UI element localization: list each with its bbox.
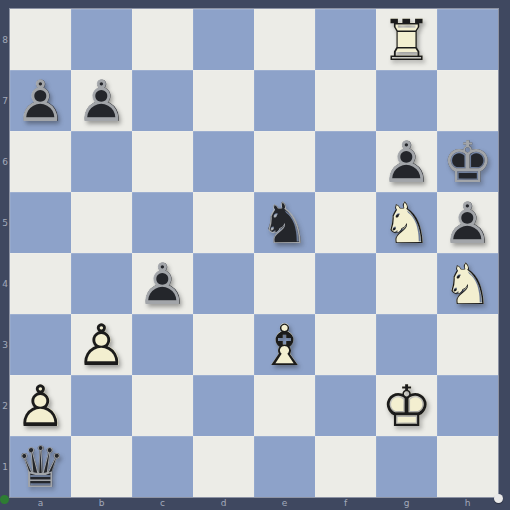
white-knight[interactable]: ♞♘ bbox=[437, 253, 498, 314]
square-c1[interactable] bbox=[132, 436, 193, 497]
square-d1[interactable] bbox=[193, 436, 254, 497]
rank-label-2: 2 bbox=[0, 375, 10, 436]
file-label-c: c bbox=[132, 497, 193, 510]
white-king-outline-glyph: ♔ bbox=[376, 375, 437, 436]
square-h4[interactable]: ♞♘ bbox=[437, 253, 498, 314]
black-queen[interactable]: ♛♕ bbox=[10, 436, 71, 497]
square-b5[interactable] bbox=[71, 192, 132, 253]
rank-labels: 87654321 bbox=[0, 9, 10, 497]
square-c3[interactable] bbox=[132, 314, 193, 375]
black-pawn[interactable]: ♟♙ bbox=[10, 70, 71, 131]
white-pawn[interactable]: ♟♙ bbox=[71, 314, 132, 375]
square-e6[interactable] bbox=[254, 131, 315, 192]
square-a7[interactable]: ♟♙ bbox=[10, 70, 71, 131]
black-king-outline-glyph: ♔ bbox=[437, 131, 498, 192]
rank-label-1: 1 bbox=[0, 436, 10, 497]
square-a8[interactable] bbox=[10, 9, 71, 70]
white-knight[interactable]: ♞♘ bbox=[376, 192, 437, 253]
black-pawn-outline-glyph: ♙ bbox=[71, 70, 132, 131]
rank-label-3: 3 bbox=[0, 314, 10, 375]
rank-label-5: 5 bbox=[0, 192, 10, 253]
black-pawn-outline-glyph: ♙ bbox=[10, 70, 71, 131]
square-h3[interactable] bbox=[437, 314, 498, 375]
square-h1[interactable] bbox=[437, 436, 498, 497]
square-e3[interactable]: ♝♗ bbox=[254, 314, 315, 375]
white-knight-outline-glyph: ♘ bbox=[376, 192, 437, 253]
square-c4[interactable]: ♟♙ bbox=[132, 253, 193, 314]
square-g8[interactable]: ♜♖ bbox=[376, 9, 437, 70]
white-pawn-outline-glyph: ♙ bbox=[71, 314, 132, 375]
rank-label-7: 7 bbox=[0, 70, 10, 131]
square-a5[interactable] bbox=[10, 192, 71, 253]
square-d3[interactable] bbox=[193, 314, 254, 375]
square-f5[interactable] bbox=[315, 192, 376, 253]
white-rook-outline-glyph: ♖ bbox=[376, 9, 437, 70]
white-pawn[interactable]: ♟♙ bbox=[10, 375, 71, 436]
square-g6[interactable]: ♟♙ bbox=[376, 131, 437, 192]
square-b3[interactable]: ♟♙ bbox=[71, 314, 132, 375]
square-h5[interactable]: ♟♙ bbox=[437, 192, 498, 253]
chess-board: ♜♖♟♙♟♙♟♙♚♔♞♘♞♘♟♙♟♙♞♘♟♙♝♗♟♙♚♔♛♕ bbox=[10, 9, 498, 497]
square-b4[interactable] bbox=[71, 253, 132, 314]
square-a1[interactable]: ♛♕ bbox=[10, 436, 71, 497]
file-label-g: g bbox=[376, 497, 437, 510]
square-b2[interactable] bbox=[71, 375, 132, 436]
square-c2[interactable] bbox=[132, 375, 193, 436]
square-c6[interactable] bbox=[132, 131, 193, 192]
square-a6[interactable] bbox=[10, 131, 71, 192]
square-b6[interactable] bbox=[71, 131, 132, 192]
white-to-move-indicator bbox=[494, 494, 503, 503]
black-pawn-outline-glyph: ♙ bbox=[132, 253, 193, 314]
file-label-f: f bbox=[315, 497, 376, 510]
square-h6[interactable]: ♚♔ bbox=[437, 131, 498, 192]
square-g2[interactable]: ♚♔ bbox=[376, 375, 437, 436]
square-d2[interactable] bbox=[193, 375, 254, 436]
square-f8[interactable] bbox=[315, 9, 376, 70]
square-c7[interactable] bbox=[132, 70, 193, 131]
square-b7[interactable]: ♟♙ bbox=[71, 70, 132, 131]
square-f2[interactable] bbox=[315, 375, 376, 436]
green-indicator-dot bbox=[0, 495, 9, 504]
square-e4[interactable] bbox=[254, 253, 315, 314]
square-g1[interactable] bbox=[376, 436, 437, 497]
black-pawn-outline-glyph: ♙ bbox=[376, 131, 437, 192]
black-pawn[interactable]: ♟♙ bbox=[71, 70, 132, 131]
square-e7[interactable] bbox=[254, 70, 315, 131]
square-f1[interactable] bbox=[315, 436, 376, 497]
white-bishop[interactable]: ♝♗ bbox=[254, 314, 315, 375]
white-pawn-outline-glyph: ♙ bbox=[10, 375, 71, 436]
square-d4[interactable] bbox=[193, 253, 254, 314]
square-d8[interactable] bbox=[193, 9, 254, 70]
white-king[interactable]: ♚♔ bbox=[376, 375, 437, 436]
square-f3[interactable] bbox=[315, 314, 376, 375]
chess-board-frame: 87654321 ♜♖♟♙♟♙♟♙♚♔♞♘♞♘♟♙♟♙♞♘♟♙♝♗♟♙♚♔♛♕ … bbox=[0, 0, 510, 510]
black-pawn[interactable]: ♟♙ bbox=[376, 131, 437, 192]
square-c8[interactable] bbox=[132, 9, 193, 70]
rank-label-6: 6 bbox=[0, 131, 10, 192]
square-a2[interactable]: ♟♙ bbox=[10, 375, 71, 436]
file-label-a: a bbox=[10, 497, 71, 510]
square-h2[interactable] bbox=[437, 375, 498, 436]
black-pawn-outline-glyph: ♙ bbox=[437, 192, 498, 253]
white-rook[interactable]: ♜♖ bbox=[376, 9, 437, 70]
black-king[interactable]: ♚♔ bbox=[437, 131, 498, 192]
square-f7[interactable] bbox=[315, 70, 376, 131]
square-b1[interactable] bbox=[71, 436, 132, 497]
square-h8[interactable] bbox=[437, 9, 498, 70]
black-pawn[interactable]: ♟♙ bbox=[437, 192, 498, 253]
square-g3[interactable] bbox=[376, 314, 437, 375]
square-g4[interactable] bbox=[376, 253, 437, 314]
square-c5[interactable] bbox=[132, 192, 193, 253]
square-f6[interactable] bbox=[315, 131, 376, 192]
white-knight-outline-glyph: ♘ bbox=[437, 253, 498, 314]
square-e5[interactable]: ♞♘ bbox=[254, 192, 315, 253]
file-label-b: b bbox=[71, 497, 132, 510]
square-g5[interactable]: ♞♘ bbox=[376, 192, 437, 253]
black-knight[interactable]: ♞♘ bbox=[254, 192, 315, 253]
square-a3[interactable] bbox=[10, 314, 71, 375]
square-d6[interactable] bbox=[193, 131, 254, 192]
square-e1[interactable] bbox=[254, 436, 315, 497]
black-pawn[interactable]: ♟♙ bbox=[132, 253, 193, 314]
file-label-e: e bbox=[254, 497, 315, 510]
rank-label-4: 4 bbox=[0, 253, 10, 314]
rank-label-8: 8 bbox=[0, 9, 10, 70]
square-h7[interactable] bbox=[437, 70, 498, 131]
file-label-d: d bbox=[193, 497, 254, 510]
square-e2[interactable] bbox=[254, 375, 315, 436]
square-b8[interactable] bbox=[71, 9, 132, 70]
square-f4[interactable] bbox=[315, 253, 376, 314]
square-d5[interactable] bbox=[193, 192, 254, 253]
square-e8[interactable] bbox=[254, 9, 315, 70]
file-labels: abcdefgh bbox=[10, 497, 498, 510]
white-bishop-outline-glyph: ♗ bbox=[254, 314, 315, 375]
square-g7[interactable] bbox=[376, 70, 437, 131]
file-label-h: h bbox=[437, 497, 498, 510]
square-a4[interactable] bbox=[10, 253, 71, 314]
black-knight-outline-glyph: ♘ bbox=[254, 192, 315, 253]
black-queen-outline-glyph: ♕ bbox=[10, 436, 71, 497]
square-d7[interactable] bbox=[193, 70, 254, 131]
